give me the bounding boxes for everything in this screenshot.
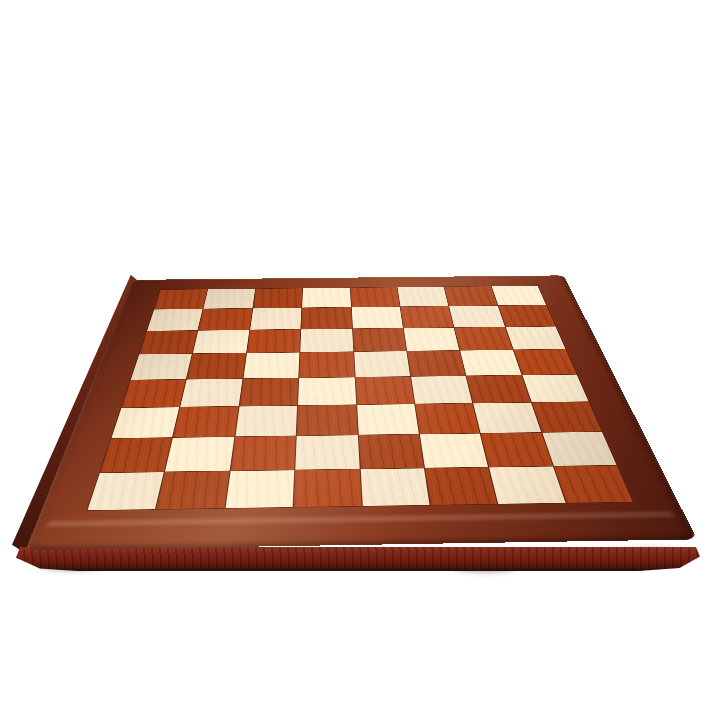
square-h2 <box>542 432 616 466</box>
square-b5 <box>187 353 246 379</box>
square-a6 <box>139 331 197 355</box>
square-d2 <box>295 435 359 469</box>
square-a4 <box>122 379 187 407</box>
square-c3 <box>235 406 297 437</box>
square-f4 <box>411 376 472 404</box>
square-h6 <box>505 326 565 349</box>
square-g7 <box>449 306 504 327</box>
square-f6 <box>404 328 460 351</box>
square-a2 <box>100 438 172 472</box>
square-c7 <box>250 308 301 330</box>
board-grid <box>86 286 634 511</box>
square-c1 <box>225 470 294 508</box>
square-g1 <box>489 466 565 504</box>
square-d6 <box>300 329 353 352</box>
square-h1 <box>554 465 633 502</box>
square-d1 <box>294 469 361 507</box>
square-a7 <box>147 309 203 331</box>
square-f2 <box>420 434 488 468</box>
square-a1 <box>87 472 164 510</box>
square-e7 <box>351 307 402 328</box>
square-a3 <box>111 407 179 438</box>
square-b4 <box>181 379 243 407</box>
square-h3 <box>532 402 602 433</box>
square-c5 <box>243 353 299 379</box>
square-e4 <box>355 376 414 404</box>
square-e5 <box>354 351 410 376</box>
board-front-edge-face <box>16 547 700 571</box>
square-h7 <box>498 305 555 326</box>
square-c2 <box>230 436 295 470</box>
square-b6 <box>193 330 249 354</box>
square-d8 <box>302 288 350 308</box>
square-g2 <box>481 433 552 467</box>
square-e1 <box>360 468 429 506</box>
square-f3 <box>415 403 480 434</box>
square-e8 <box>350 287 399 307</box>
square-e2 <box>358 435 423 469</box>
square-b8 <box>204 289 255 309</box>
square-a5 <box>131 354 192 380</box>
square-f5 <box>407 351 465 376</box>
square-g6 <box>455 327 513 350</box>
square-f1 <box>425 467 498 505</box>
square-f8 <box>397 287 448 307</box>
frame-gloss-highlight <box>46 511 675 527</box>
square-b7 <box>199 309 253 331</box>
photo-background <box>0 0 720 720</box>
square-e3 <box>357 404 419 435</box>
chess-board <box>26 275 698 550</box>
square-h5 <box>513 349 576 374</box>
square-f7 <box>400 306 453 327</box>
square-c6 <box>247 329 301 352</box>
square-b3 <box>173 406 238 437</box>
square-h8 <box>491 286 546 306</box>
square-e6 <box>353 328 407 351</box>
square-b2 <box>165 437 234 471</box>
square-g5 <box>460 350 521 375</box>
square-c8 <box>253 288 302 308</box>
square-d3 <box>297 405 358 436</box>
square-d5 <box>299 352 354 378</box>
square-h4 <box>522 374 588 402</box>
square-b1 <box>156 471 229 509</box>
square-g3 <box>473 403 540 434</box>
square-c4 <box>239 378 298 406</box>
square-g8 <box>444 286 497 306</box>
square-d4 <box>298 377 356 405</box>
square-a8 <box>154 289 207 309</box>
square-d7 <box>301 307 351 329</box>
square-g4 <box>467 375 531 403</box>
